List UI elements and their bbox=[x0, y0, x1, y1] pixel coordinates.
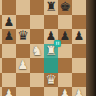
square-f7[interactable] bbox=[44, 15, 58, 30]
black-pawn[interactable]: ♟ bbox=[74, 29, 85, 44]
square-f3[interactable]: ♛ bbox=[44, 73, 58, 88]
square-g8[interactable]: ♚ bbox=[58, 0, 72, 15]
square-f2[interactable] bbox=[44, 87, 58, 96]
square-d7[interactable] bbox=[16, 15, 30, 30]
white-queen[interactable]: ♛ bbox=[45, 73, 57, 88]
chess-board[interactable]: ♜♚♟♟♛♟♟♟♞♜♟♛♟♟♟ bbox=[0, 0, 86, 96]
white-pawn[interactable]: ♟ bbox=[60, 87, 71, 96]
chess-app-viewport: ♜♚♟♟♛♟♟♟♞♜♟♛♟♟♟ !! bbox=[0, 0, 96, 96]
square-g3[interactable] bbox=[58, 73, 72, 88]
square-g2[interactable]: ♟ bbox=[58, 87, 72, 96]
square-e4[interactable] bbox=[30, 58, 44, 73]
square-f8[interactable]: ♜ bbox=[44, 0, 58, 15]
square-c7[interactable]: ♟ bbox=[2, 15, 16, 30]
square-d2[interactable] bbox=[16, 87, 30, 96]
black-pawn[interactable]: ♟ bbox=[60, 29, 71, 44]
square-c2[interactable]: ♟ bbox=[2, 87, 16, 96]
black-pawn[interactable]: ♟ bbox=[4, 29, 15, 44]
square-e8[interactable] bbox=[30, 0, 44, 15]
square-d3[interactable] bbox=[16, 73, 30, 88]
square-c3[interactable] bbox=[2, 73, 16, 88]
square-d4[interactable]: ♟ bbox=[16, 58, 30, 73]
white-pawn[interactable]: ♟ bbox=[18, 58, 29, 73]
square-e6[interactable] bbox=[30, 29, 44, 44]
square-c8[interactable] bbox=[2, 0, 16, 15]
square-e3[interactable] bbox=[30, 73, 44, 88]
white-pawn[interactable]: ♟ bbox=[4, 87, 15, 96]
square-d6[interactable]: ♛ bbox=[16, 29, 30, 44]
square-e7[interactable] bbox=[30, 15, 44, 30]
white-knight[interactable]: ♞ bbox=[31, 44, 43, 59]
square-h8[interactable] bbox=[72, 0, 86, 15]
square-g4[interactable] bbox=[58, 58, 72, 73]
black-rook[interactable]: ♜ bbox=[45, 0, 57, 15]
move-annotation-badge: !! bbox=[54, 40, 61, 47]
square-c6[interactable]: ♟ bbox=[2, 29, 16, 44]
square-e2[interactable] bbox=[30, 87, 44, 96]
square-d5[interactable] bbox=[16, 44, 30, 59]
black-pawn[interactable]: ♟ bbox=[4, 15, 15, 30]
white-pawn[interactable]: ♟ bbox=[74, 87, 85, 96]
black-king[interactable]: ♚ bbox=[59, 0, 71, 15]
square-h5[interactable] bbox=[72, 44, 86, 59]
square-h6[interactable]: ♟ bbox=[72, 29, 86, 44]
table-wood-background bbox=[86, 0, 96, 96]
square-g7[interactable] bbox=[58, 15, 72, 30]
black-queen[interactable]: ♛ bbox=[17, 29, 29, 44]
square-d8[interactable] bbox=[16, 0, 30, 15]
square-h7[interactable] bbox=[72, 15, 86, 30]
square-c4[interactable] bbox=[2, 58, 16, 73]
square-h2[interactable]: ♟ bbox=[72, 87, 86, 96]
square-h4[interactable] bbox=[72, 58, 86, 73]
square-h3[interactable] bbox=[72, 73, 86, 88]
square-c5[interactable] bbox=[2, 44, 16, 59]
square-e5[interactable]: ♞ bbox=[30, 44, 44, 59]
square-f4[interactable] bbox=[44, 58, 58, 73]
